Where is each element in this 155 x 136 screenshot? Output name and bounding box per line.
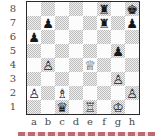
- files-row: abcdefgh: [0, 116, 155, 127]
- rank-label-1: 1: [0, 99, 26, 113]
- square-b1: [41, 100, 55, 114]
- rank-label-6: 6: [0, 29, 26, 43]
- piece-white-pawn: ♙: [112, 72, 124, 85]
- square-a2: ♙: [27, 86, 41, 100]
- rank-label-5: 5: [0, 43, 26, 57]
- square-h4: [125, 58, 139, 72]
- files-spacer: [0, 116, 27, 127]
- piece-white-pawn: ♙: [42, 58, 54, 71]
- piece-black-pawn: ♟: [112, 44, 124, 57]
- square-a7: [27, 16, 41, 30]
- square-e1: ♖: [83, 100, 97, 114]
- piece-black-pawn: ♟: [28, 30, 40, 43]
- square-c3: [55, 72, 69, 86]
- square-g3: ♙: [111, 72, 125, 86]
- square-c7: [55, 16, 69, 30]
- square-g5: ♟: [111, 44, 125, 58]
- piece-black-pawn: ♟: [42, 16, 54, 29]
- square-d3: [69, 72, 83, 86]
- square-e5: [83, 44, 97, 58]
- square-c4: [55, 58, 69, 72]
- file-label-g: g: [111, 116, 125, 127]
- piece-white-queen: ♕: [84, 58, 96, 71]
- square-e7: [83, 16, 97, 30]
- square-c6: [55, 30, 69, 44]
- square-b6: [41, 30, 55, 44]
- square-c2: ♗: [55, 86, 69, 100]
- square-a8: [27, 2, 41, 16]
- square-h7: ♟: [125, 16, 139, 30]
- square-g7: [111, 16, 125, 30]
- piece-black-queen: ♛: [56, 100, 68, 113]
- square-c8: [55, 2, 69, 16]
- square-a4: [27, 58, 41, 72]
- board-row: 87654321 ♜♚♟♜♟♟♟♙♕♙♙♗♙♛♖♔: [0, 0, 155, 115]
- file-label-e: e: [83, 116, 97, 127]
- square-g4: [111, 58, 125, 72]
- square-f6: [97, 30, 111, 44]
- piece-white-rook: ♖: [84, 100, 96, 113]
- square-d2: [69, 86, 83, 100]
- square-a1: [27, 100, 41, 114]
- square-f4: [97, 58, 111, 72]
- piece-black-rook: ♜: [98, 16, 110, 29]
- square-e8: [83, 2, 97, 16]
- square-a6: ♟: [27, 30, 41, 44]
- piece-white-pawn: ♙: [28, 86, 40, 99]
- piece-white-pawn: ♙: [126, 86, 138, 99]
- file-label-b: b: [41, 116, 55, 127]
- square-e4: ♕: [83, 58, 97, 72]
- square-g8: [111, 2, 125, 16]
- square-h2: ♙: [125, 86, 139, 100]
- file-label-a: a: [27, 116, 41, 127]
- file-label-h: h: [125, 116, 139, 127]
- square-e2: [83, 86, 97, 100]
- square-b7: ♟: [41, 16, 55, 30]
- rank-label-7: 7: [0, 15, 26, 29]
- square-d5: [69, 44, 83, 58]
- square-c5: [55, 44, 69, 58]
- square-d4: [69, 58, 83, 72]
- square-f2: [97, 86, 111, 100]
- piece-white-king: ♔: [112, 100, 124, 113]
- square-d6: [69, 30, 83, 44]
- file-label-c: c: [55, 116, 69, 127]
- piece-white-bishop: ♗: [56, 86, 68, 99]
- square-f5: [97, 44, 111, 58]
- file-labels: abcdefgh: [27, 116, 139, 127]
- rank-label-4: 4: [0, 57, 26, 71]
- square-b3: [41, 72, 55, 86]
- square-c1: ♛: [55, 100, 69, 114]
- square-h8: ♚: [125, 2, 139, 16]
- file-label-f: f: [97, 116, 111, 127]
- cropped-caption-strip: [18, 132, 155, 136]
- square-d1: [69, 100, 83, 114]
- square-d8: [69, 2, 83, 16]
- square-g6: [111, 30, 125, 44]
- file-label-d: d: [69, 116, 83, 127]
- rank-labels: 87654321: [0, 1, 26, 113]
- rank-label-2: 2: [0, 85, 26, 99]
- piece-black-king: ♚: [126, 2, 138, 15]
- square-d7: [69, 16, 83, 30]
- square-b4: ♙: [41, 58, 55, 72]
- piece-black-pawn: ♟: [126, 16, 138, 29]
- square-h6: [125, 30, 139, 44]
- rank-label-3: 3: [0, 71, 26, 85]
- square-f7: ♜: [97, 16, 111, 30]
- square-b8: [41, 2, 55, 16]
- square-b5: [41, 44, 55, 58]
- square-e6: [83, 30, 97, 44]
- square-g1: ♔: [111, 100, 125, 114]
- square-h5: [125, 44, 139, 58]
- square-f3: [97, 72, 111, 86]
- square-e3: [83, 72, 97, 86]
- square-h3: [125, 72, 139, 86]
- piece-black-rook: ♜: [98, 2, 110, 15]
- chess-diagram-page: 87654321 ♜♚♟♜♟♟♟♙♕♙♙♗♙♛♖♔ abcdefgh: [0, 0, 155, 136]
- square-g2: [111, 86, 125, 100]
- chess-board: ♜♚♟♜♟♟♟♙♕♙♙♗♙♛♖♔: [26, 1, 140, 115]
- square-f1: [97, 100, 111, 114]
- square-a5: [27, 44, 41, 58]
- square-f8: ♜: [97, 2, 111, 16]
- square-a3: [27, 72, 41, 86]
- rank-label-8: 8: [0, 1, 26, 15]
- square-h1: [125, 100, 139, 114]
- square-b2: [41, 86, 55, 100]
